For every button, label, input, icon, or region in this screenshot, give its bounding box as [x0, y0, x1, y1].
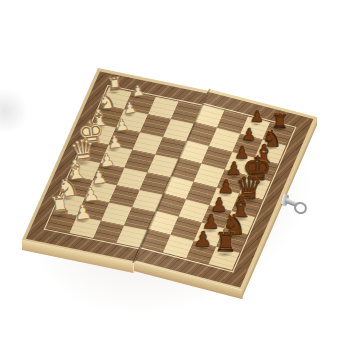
- metal-clasp-latch-icon[interactable]: [276, 192, 310, 218]
- white-pawn-h2[interactable]: ♟: [131, 83, 146, 99]
- pieces-layer: ♜♞♝♚♛♝♞♜♟♟♟♟♟♟♟♟♟♟♟♟♟♟♟♟♜♞♝♚♛♝♞♜: [0, 0, 340, 340]
- black-pawn-a7[interactable]: ♟: [194, 229, 213, 250]
- chess-set-product-photo: ♜♞♝♚♛♝♞♜♟♟♟♟♟♟♟♟♟♟♟♟♟♟♟♟♜♞♝♚♛♝♞♜: [0, 0, 340, 340]
- white-pawn-a2[interactable]: ♟: [74, 202, 94, 224]
- white-rook-a1[interactable]: ♜: [48, 193, 72, 219]
- black-pawn-h7[interactable]: ♟: [250, 110, 264, 126]
- black-rook-a8[interactable]: ♜: [214, 230, 238, 257]
